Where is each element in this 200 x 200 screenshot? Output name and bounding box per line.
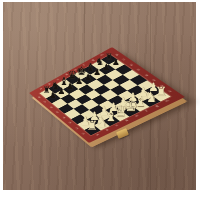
coordinate-label: f [146,110,149,112]
piece-black-pawn-a7: ♟ [49,91,57,100]
coordinate-label: 3 [69,122,73,125]
coordinate-label: 7 [44,101,47,103]
coordinate-label: 5 [56,111,60,113]
coordinate-label: h [166,100,171,103]
coordinate-label: 4 [145,74,149,77]
piece-black-pawn-e7: ♟ [84,73,92,82]
product-photo: abcdefgh abcdefgh 87654321 87654321 ♜♞♝♛… [0,0,200,200]
coordinate-label: 1 [82,133,86,136]
piece-black-pawn-h7: ♟ [112,58,120,67]
coordinate-label: 4 [62,117,66,119]
piece-white-rook-h1: ♜ [155,86,167,99]
coordinate-label: g [155,105,159,108]
coordinate-label: 2 [75,127,79,130]
coordinate-label: 6 [50,106,54,108]
piece-black-pawn-b7: ♟ [58,87,66,96]
coordinate-label: 1 [168,90,173,93]
piece-black-pawn-g7: ♟ [103,63,111,72]
coordinate-label: b [106,129,110,132]
coordinate-label: c [116,125,120,128]
coordinate-label: 5 [137,69,141,72]
coordinate-label: 6 [130,64,134,67]
piece-black-pawn-c7: ♟ [66,82,74,91]
coordinate-label: 7 [122,59,126,62]
coordinate-label: 8 [38,96,41,98]
piece-black-pawn-d7: ♟ [75,77,83,86]
piece-black-pawn-f7: ♟ [93,68,101,77]
coordinate-label: a [96,134,100,137]
